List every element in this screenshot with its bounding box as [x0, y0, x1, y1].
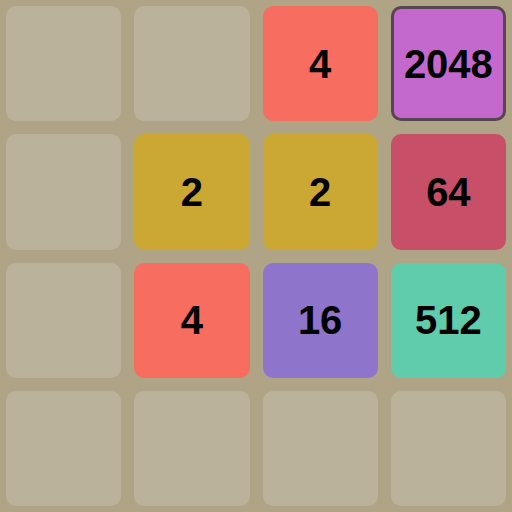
cell-r0c1 — [134, 6, 249, 121]
game-board-2048[interactable]: 4 2048 2 2 64 4 16 512 — [0, 0, 512, 512]
tile-512-r2c3: 512 — [391, 263, 506, 378]
tile-4-r2c1: 4 — [134, 263, 249, 378]
cell-r3c3 — [391, 391, 506, 506]
cell-r3c0 — [6, 391, 121, 506]
cell-r3c2 — [263, 391, 378, 506]
tile-2-r1c2: 2 — [263, 134, 378, 249]
cell-r3c1 — [134, 391, 249, 506]
tile-4-r0c2: 4 — [263, 6, 378, 121]
tile-16-r2c2: 16 — [263, 263, 378, 378]
cell-r2c0 — [6, 263, 121, 378]
tile-64-r1c3: 64 — [391, 134, 506, 249]
tile-2-r1c1: 2 — [134, 134, 249, 249]
tile-2048-r0c3: 2048 — [391, 6, 506, 121]
cell-r1c0 — [6, 134, 121, 249]
cell-r0c0 — [6, 6, 121, 121]
